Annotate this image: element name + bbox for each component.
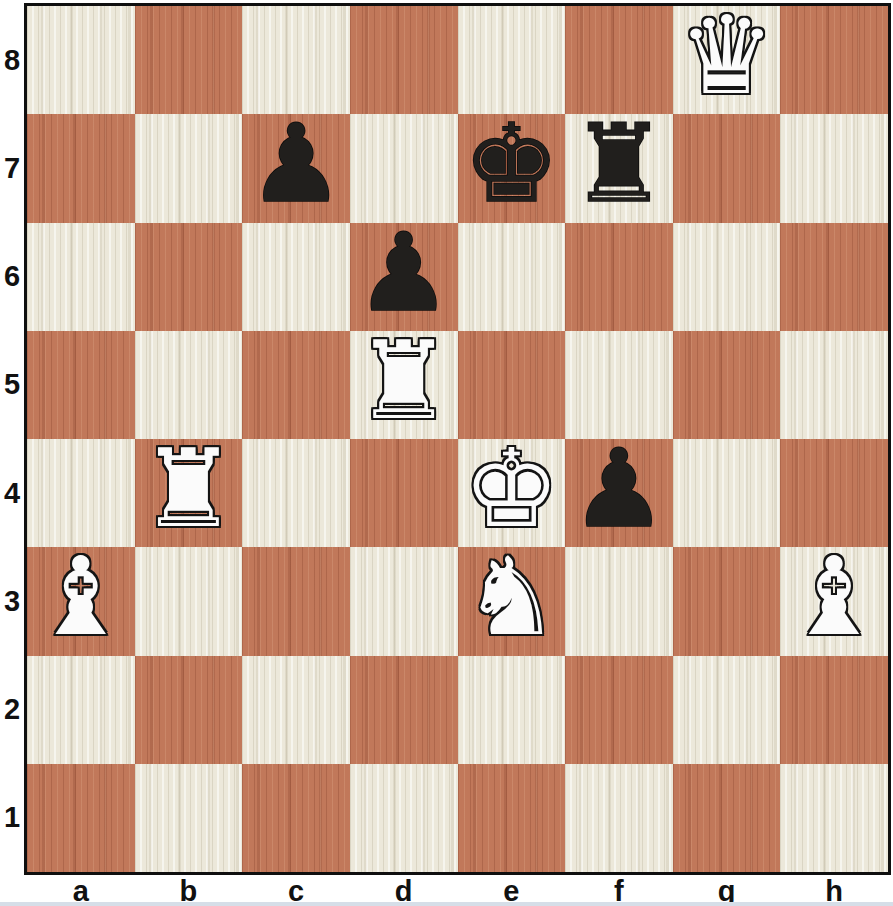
square-a6[interactable] [27, 223, 135, 331]
square-a4[interactable] [27, 439, 135, 547]
square-c2[interactable] [242, 656, 350, 764]
square-d7[interactable] [350, 114, 458, 222]
square-g1[interactable] [673, 764, 781, 872]
rank-label-8: 8 [0, 6, 24, 114]
square-c8[interactable] [242, 6, 350, 114]
square-f1[interactable] [565, 764, 673, 872]
square-f2[interactable] [565, 656, 673, 764]
square-b7[interactable] [135, 114, 243, 222]
white-king-e4[interactable]: ♚ [463, 435, 560, 543]
rank-label-1: 1 [0, 764, 24, 872]
square-f5[interactable] [565, 331, 673, 439]
square-e8[interactable] [458, 6, 566, 114]
square-a7[interactable] [27, 114, 135, 222]
square-h6[interactable] [780, 223, 888, 331]
square-d8[interactable] [350, 6, 458, 114]
white-rook-b4[interactable]: ♜ [140, 435, 237, 543]
white-bishop-a3[interactable]: ♝ [32, 543, 129, 651]
square-e3[interactable]: ♞ [458, 547, 566, 655]
rank-label-3: 3 [0, 547, 24, 655]
square-a2[interactable] [27, 656, 135, 764]
square-g7[interactable] [673, 114, 781, 222]
square-b4[interactable]: ♜ [135, 439, 243, 547]
square-h4[interactable] [780, 439, 888, 547]
bottom-divider [0, 902, 893, 906]
square-e1[interactable] [458, 764, 566, 872]
square-b6[interactable] [135, 223, 243, 331]
square-b2[interactable] [135, 656, 243, 764]
square-e2[interactable] [458, 656, 566, 764]
square-c1[interactable] [242, 764, 350, 872]
square-c7[interactable]: ♟ [242, 114, 350, 222]
rank-label-6: 6 [0, 223, 24, 331]
square-c6[interactable] [242, 223, 350, 331]
square-h3[interactable]: ♝ [780, 547, 888, 655]
square-g5[interactable] [673, 331, 781, 439]
square-e7[interactable]: ♚ [458, 114, 566, 222]
square-f7[interactable]: ♜ [565, 114, 673, 222]
square-d3[interactable] [350, 547, 458, 655]
square-d5[interactable]: ♜ [350, 331, 458, 439]
square-c3[interactable] [242, 547, 350, 655]
square-d4[interactable] [350, 439, 458, 547]
file-labels: abcdefgh [27, 875, 888, 904]
white-knight-e3[interactable]: ♞ [463, 543, 560, 651]
rank-label-2: 2 [0, 656, 24, 764]
square-g6[interactable] [673, 223, 781, 331]
square-e5[interactable] [458, 331, 566, 439]
black-king-e7[interactable]: ♚ [463, 110, 560, 218]
square-f8[interactable] [565, 6, 673, 114]
black-pawn-d6[interactable]: ♟ [355, 219, 452, 327]
square-h7[interactable] [780, 114, 888, 222]
black-rook-f7[interactable]: ♜ [571, 110, 668, 218]
square-b1[interactable] [135, 764, 243, 872]
square-d6[interactable]: ♟ [350, 223, 458, 331]
white-rook-d5[interactable]: ♜ [355, 327, 452, 435]
square-f3[interactable] [565, 547, 673, 655]
white-bishop-h3[interactable]: ♝ [786, 543, 883, 651]
square-f6[interactable] [565, 223, 673, 331]
square-g2[interactable] [673, 656, 781, 764]
square-b3[interactable] [135, 547, 243, 655]
square-g4[interactable] [673, 439, 781, 547]
square-d2[interactable] [350, 656, 458, 764]
square-b5[interactable] [135, 331, 243, 439]
square-d1[interactable] [350, 764, 458, 872]
square-g3[interactable] [673, 547, 781, 655]
black-pawn-c7[interactable]: ♟ [248, 110, 345, 218]
square-h8[interactable] [780, 6, 888, 114]
square-h1[interactable] [780, 764, 888, 872]
rank-label-7: 7 [0, 114, 24, 222]
square-h5[interactable] [780, 331, 888, 439]
square-g8[interactable]: ♛ [673, 6, 781, 114]
rank-label-5: 5 [0, 331, 24, 439]
rank-labels: 87654321 [0, 6, 24, 872]
chess-diagram: 87654321 ♛♟♚♜♟♜♜♚♟♝♞♝ abcdefgh [0, 0, 893, 906]
rank-label-4: 4 [0, 439, 24, 547]
square-c5[interactable] [242, 331, 350, 439]
square-a1[interactable] [27, 764, 135, 872]
white-queen-g8[interactable]: ♛ [678, 2, 775, 110]
square-a8[interactable] [27, 6, 135, 114]
square-e4[interactable]: ♚ [458, 439, 566, 547]
black-pawn-f4[interactable]: ♟ [571, 435, 668, 543]
square-a5[interactable] [27, 331, 135, 439]
square-h2[interactable] [780, 656, 888, 764]
board-frame: ♛♟♚♜♟♜♜♚♟♝♞♝ [24, 3, 891, 875]
square-b8[interactable] [135, 6, 243, 114]
chess-board: ♛♟♚♜♟♜♜♚♟♝♞♝ [27, 6, 888, 872]
square-e6[interactable] [458, 223, 566, 331]
square-a3[interactable]: ♝ [27, 547, 135, 655]
square-f4[interactable]: ♟ [565, 439, 673, 547]
square-c4[interactable] [242, 439, 350, 547]
